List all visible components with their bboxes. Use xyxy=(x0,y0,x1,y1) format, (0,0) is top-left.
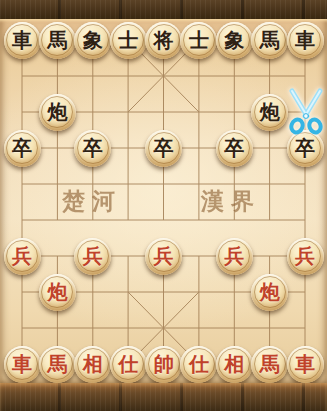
piece-red-elephant[interactable]: 相 xyxy=(216,346,253,383)
piece-glyph: 兵 xyxy=(224,246,244,266)
piece-glyph: 炮 xyxy=(260,282,280,302)
piece-glyph: 車 xyxy=(295,30,315,50)
piece-glyph: 象 xyxy=(224,30,244,50)
piece-red-chariot[interactable]: 車 xyxy=(4,346,41,383)
piece-glyph: 相 xyxy=(83,354,103,374)
piece-red-general[interactable]: 帥 xyxy=(145,346,182,383)
piece-red-cannon[interactable]: 炮 xyxy=(39,274,76,311)
piece-red-horse[interactable]: 馬 xyxy=(39,346,76,383)
piece-glyph: 卒 xyxy=(83,138,103,158)
piece-black-chariot[interactable]: 車 xyxy=(287,22,324,59)
piece-black-elephant[interactable]: 象 xyxy=(74,22,111,59)
piece-glyph: 兵 xyxy=(83,246,103,266)
piece-black-cannon[interactable]: 炮 xyxy=(251,94,288,131)
piece-glyph: 兵 xyxy=(295,246,315,266)
piece-black-general[interactable]: 将 xyxy=(145,22,182,59)
piece-glyph: 卒 xyxy=(12,138,32,158)
piece-red-soldier[interactable]: 兵 xyxy=(4,238,41,275)
piece-glyph: 馬 xyxy=(260,354,280,374)
piece-glyph: 将 xyxy=(154,30,174,50)
piece-red-soldier[interactable]: 兵 xyxy=(74,238,111,275)
piece-glyph: 象 xyxy=(83,30,103,50)
piece-glyph: 卒 xyxy=(295,138,315,158)
piece-red-soldier[interactable]: 兵 xyxy=(287,238,324,275)
piece-black-soldier[interactable]: 卒 xyxy=(287,130,324,167)
piece-black-elephant[interactable]: 象 xyxy=(216,22,253,59)
piece-glyph: 士 xyxy=(118,30,138,50)
piece-glyph: 炮 xyxy=(260,102,280,122)
piece-glyph: 馬 xyxy=(47,30,67,50)
piece-glyph: 兵 xyxy=(12,246,32,266)
piece-glyph: 仕 xyxy=(118,354,138,374)
piece-glyph: 炮 xyxy=(47,102,67,122)
xiangqi-board[interactable] xyxy=(0,19,327,383)
piece-glyph: 士 xyxy=(189,30,209,50)
piece-black-soldier[interactable]: 卒 xyxy=(4,130,41,167)
piece-glyph: 馬 xyxy=(47,354,67,374)
piece-red-chariot[interactable]: 車 xyxy=(287,346,324,383)
piece-glyph: 車 xyxy=(295,354,315,374)
piece-red-soldier[interactable]: 兵 xyxy=(216,238,253,275)
piece-glyph: 馬 xyxy=(260,30,280,50)
piece-red-soldier[interactable]: 兵 xyxy=(145,238,182,275)
board-grid xyxy=(0,19,327,383)
piece-glyph: 兵 xyxy=(154,246,174,266)
scissors-icon[interactable] xyxy=(286,88,326,135)
piece-glyph: 帥 xyxy=(154,354,174,374)
river-label-chu-he: 楚河 xyxy=(62,187,122,215)
piece-black-advisor[interactable]: 士 xyxy=(180,22,217,59)
piece-black-soldier[interactable]: 卒 xyxy=(216,130,253,167)
piece-red-elephant[interactable]: 相 xyxy=(74,346,111,383)
piece-black-chariot[interactable]: 車 xyxy=(4,22,41,59)
piece-glyph: 炮 xyxy=(47,282,67,302)
river-label-han-jie: 漢界 xyxy=(201,187,261,215)
piece-glyph: 卒 xyxy=(224,138,244,158)
piece-red-horse[interactable]: 馬 xyxy=(251,346,288,383)
xiangqi-app-screen: { "game": "xiangqi (Chinese chess)", "po… xyxy=(0,0,327,411)
piece-red-advisor[interactable]: 仕 xyxy=(180,346,217,383)
piece-black-advisor[interactable]: 士 xyxy=(110,22,147,59)
piece-black-horse[interactable]: 馬 xyxy=(251,22,288,59)
piece-glyph: 卒 xyxy=(154,138,174,158)
piece-black-soldier[interactable]: 卒 xyxy=(145,130,182,167)
piece-black-soldier[interactable]: 卒 xyxy=(74,130,111,167)
piece-glyph: 仕 xyxy=(189,354,209,374)
piece-glyph: 相 xyxy=(224,354,244,374)
piece-glyph: 車 xyxy=(12,30,32,50)
piece-black-horse[interactable]: 馬 xyxy=(39,22,76,59)
piece-glyph: 車 xyxy=(12,354,32,374)
piece-red-advisor[interactable]: 仕 xyxy=(110,346,147,383)
piece-black-cannon[interactable]: 炮 xyxy=(39,94,76,131)
piece-red-cannon[interactable]: 炮 xyxy=(251,274,288,311)
wood-background-bottom xyxy=(0,383,327,411)
wood-background-top xyxy=(0,0,327,20)
